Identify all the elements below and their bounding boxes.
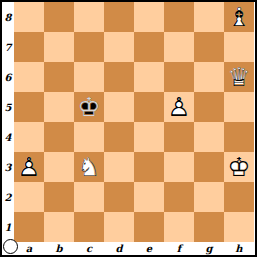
square-c8[interactable] (74, 2, 104, 32)
white-bishop-glyph-outline: ♗ (224, 2, 254, 32)
white-to-move-indicator-icon (3, 239, 18, 254)
rank-labels: 87654321 (2, 2, 14, 242)
white-knight[interactable]: ♞♘ (74, 152, 104, 182)
square-g8[interactable] (194, 2, 224, 32)
square-e4[interactable] (134, 122, 164, 152)
black-king[interactable]: ♚♔ (74, 92, 104, 122)
square-f7[interactable] (164, 32, 194, 62)
file-label-f: f (164, 242, 194, 255)
square-d4[interactable] (104, 122, 134, 152)
square-e1[interactable] (134, 212, 164, 242)
square-b3[interactable] (44, 152, 74, 182)
white-pawn-glyph-fill: ♟ (14, 152, 44, 182)
white-pawn-glyph-fill: ♟ (164, 92, 194, 122)
square-g3[interactable] (194, 152, 224, 182)
white-knight-glyph-outline: ♘ (74, 152, 104, 182)
square-h8[interactable]: ♝♗ (224, 2, 254, 32)
white-bishop-glyph-fill: ♝ (224, 2, 254, 32)
file-label-g: g (194, 242, 224, 255)
square-h3[interactable]: ♚♔ (224, 152, 254, 182)
square-c1[interactable] (74, 212, 104, 242)
file-label-c: c (74, 242, 104, 255)
square-h6[interactable]: ♛♕ (224, 62, 254, 92)
square-f2[interactable] (164, 182, 194, 212)
square-e6[interactable] (134, 62, 164, 92)
square-d6[interactable] (104, 62, 134, 92)
square-e2[interactable] (134, 182, 164, 212)
square-g5[interactable] (194, 92, 224, 122)
square-a4[interactable] (14, 122, 44, 152)
square-b2[interactable] (44, 182, 74, 212)
square-d8[interactable] (104, 2, 134, 32)
square-c5[interactable]: ♚♔ (74, 92, 104, 122)
square-c7[interactable] (74, 32, 104, 62)
square-g4[interactable] (194, 122, 224, 152)
square-c4[interactable] (74, 122, 104, 152)
square-e3[interactable] (134, 152, 164, 182)
file-labels: abcdefgh (14, 242, 254, 255)
square-c6[interactable] (74, 62, 104, 92)
square-g6[interactable] (194, 62, 224, 92)
file-label-e: e (134, 242, 164, 255)
square-b7[interactable] (44, 32, 74, 62)
square-a1[interactable] (14, 212, 44, 242)
square-a7[interactable] (14, 32, 44, 62)
chess-board-frame: 87654321 ♝♗♛♕♚♔♟♙♟♙♞♘♚♔ abcdefgh (0, 0, 257, 257)
white-pawn[interactable]: ♟♙ (14, 152, 44, 182)
file-label-a: a (14, 242, 44, 255)
square-d5[interactable] (104, 92, 134, 122)
rank-label-3: 3 (2, 152, 14, 182)
square-a3[interactable]: ♟♙ (14, 152, 44, 182)
square-f3[interactable] (164, 152, 194, 182)
square-f4[interactable] (164, 122, 194, 152)
chess-board[interactable]: ♝♗♛♕♚♔♟♙♟♙♞♘♚♔ (14, 2, 254, 242)
rank-label-1: 1 (2, 212, 14, 242)
square-a5[interactable] (14, 92, 44, 122)
square-h4[interactable] (224, 122, 254, 152)
square-f5[interactable]: ♟♙ (164, 92, 194, 122)
square-d2[interactable] (104, 182, 134, 212)
square-g1[interactable] (194, 212, 224, 242)
white-pawn-glyph-outline: ♙ (14, 152, 44, 182)
rank-label-7: 7 (2, 32, 14, 62)
square-h7[interactable] (224, 32, 254, 62)
black-king-glyph-fill: ♚ (74, 92, 104, 122)
white-queen-glyph-outline: ♕ (224, 62, 254, 92)
square-b6[interactable] (44, 62, 74, 92)
file-label-h: h (224, 242, 254, 255)
square-a2[interactable] (14, 182, 44, 212)
file-label-d: d (104, 242, 134, 255)
black-king-glyph-outline: ♔ (74, 92, 104, 122)
square-h1[interactable] (224, 212, 254, 242)
square-f6[interactable] (164, 62, 194, 92)
rank-label-2: 2 (2, 182, 14, 212)
rank-label-4: 4 (2, 122, 14, 152)
rank-label-8: 8 (2, 2, 14, 32)
white-king-glyph-fill: ♚ (224, 152, 254, 182)
square-b4[interactable] (44, 122, 74, 152)
square-d1[interactable] (104, 212, 134, 242)
square-e8[interactable] (134, 2, 164, 32)
square-e7[interactable] (134, 32, 164, 62)
square-e5[interactable] (134, 92, 164, 122)
white-pawn-glyph-outline: ♙ (164, 92, 194, 122)
white-knight-glyph-fill: ♞ (74, 152, 104, 182)
white-king[interactable]: ♚♔ (224, 152, 254, 182)
square-b8[interactable] (44, 2, 74, 32)
square-b5[interactable] (44, 92, 74, 122)
white-bishop[interactable]: ♝♗ (224, 2, 254, 32)
square-f1[interactable] (164, 212, 194, 242)
square-d7[interactable] (104, 32, 134, 62)
file-label-b: b (44, 242, 74, 255)
square-c2[interactable] (74, 182, 104, 212)
rank-label-6: 6 (2, 62, 14, 92)
white-pawn[interactable]: ♟♙ (164, 92, 194, 122)
square-h5[interactable] (224, 92, 254, 122)
square-c3[interactable]: ♞♘ (74, 152, 104, 182)
white-queen-glyph-fill: ♛ (224, 62, 254, 92)
white-king-glyph-outline: ♔ (224, 152, 254, 182)
square-a6[interactable] (14, 62, 44, 92)
rank-label-5: 5 (2, 92, 14, 122)
square-a8[interactable] (14, 2, 44, 32)
square-h2[interactable] (224, 182, 254, 212)
square-g2[interactable] (194, 182, 224, 212)
white-queen[interactable]: ♛♕ (224, 62, 254, 92)
square-g7[interactable] (194, 32, 224, 62)
square-b1[interactable] (44, 212, 74, 242)
square-d3[interactable] (104, 152, 134, 182)
square-f8[interactable] (164, 2, 194, 32)
